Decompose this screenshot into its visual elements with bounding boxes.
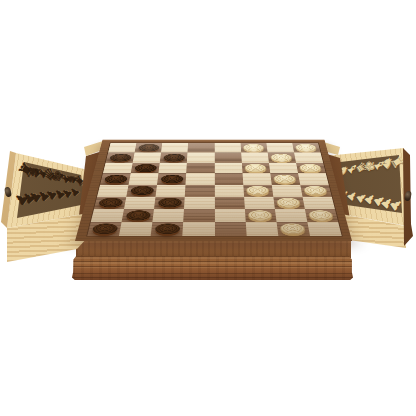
square-r1c4[interactable] [188,143,215,153]
square-r7c7[interactable] [275,209,308,222]
square-r2c6[interactable] [241,153,269,163]
square-r1c3[interactable] [161,143,188,153]
square-r1c8[interactable] [292,143,320,153]
square-r2c5[interactable] [214,153,241,163]
square-r1c7[interactable] [266,143,294,153]
square-r8c8[interactable] [307,222,341,236]
square-r6c6[interactable] [244,197,275,209]
square-r2c8[interactable] [294,153,323,163]
light-checker[interactable] [248,210,273,220]
square-r3c1[interactable] [103,163,133,174]
light-checker[interactable] [280,224,306,235]
dark-checker[interactable] [91,224,118,235]
dark-checker[interactable] [130,186,154,195]
square-r4c3[interactable] [157,173,186,184]
square-r2c1[interactable] [106,153,135,163]
square-r2c4[interactable] [187,153,214,163]
square-r6c8[interactable] [302,197,334,209]
square-r7c4[interactable] [184,209,215,222]
square-r2c3[interactable] [160,153,188,163]
square-r1c6[interactable] [240,143,267,153]
square-r8c3[interactable] [151,222,184,236]
square-r6c2[interactable] [124,197,156,209]
square-r8c7[interactable] [276,222,310,236]
dark-checker[interactable] [155,224,180,235]
square-r4c6[interactable] [242,173,271,184]
square-r4c2[interactable] [129,173,159,184]
game-box-photo: ♜♞♝♛♚♝♞♜♟♟♟♟♟♟♟♟ ♜♞♝♛♚♝♞♜♟♟♟♟♟♟♟♟ [0,0,416,416]
square-r1c1[interactable] [108,143,136,153]
light-checker[interactable] [271,154,293,162]
square-r4c8[interactable] [298,173,329,184]
square-r4c7[interactable] [270,173,300,184]
light-checker[interactable] [308,210,334,220]
square-r7c1[interactable] [91,209,124,222]
square-r6c7[interactable] [273,197,305,209]
right-drawer-knob[interactable] [404,190,412,201]
light-checker[interactable] [273,175,296,184]
dark-checker[interactable] [163,154,185,162]
square-r5c1[interactable] [97,185,129,197]
light-checker[interactable] [246,186,269,195]
dark-checker[interactable] [134,164,157,172]
square-r8c4[interactable] [183,222,215,236]
dark-checker[interactable] [161,175,184,184]
square-r4c1[interactable] [100,173,131,184]
light-checker[interactable] [276,198,301,208]
square-r3c7[interactable] [269,163,298,174]
square-r8c1[interactable] [87,222,121,236]
box-front-face [76,241,351,258]
square-r8c6[interactable] [245,222,278,236]
square-r7c6[interactable] [245,209,277,222]
square-r6c3[interactable] [154,197,185,209]
square-r1c2[interactable] [135,143,163,153]
light-checker[interactable] [245,164,267,172]
square-r6c4[interactable] [184,197,214,209]
dark-checker[interactable] [158,198,182,208]
square-r3c3[interactable] [159,163,188,174]
square-r3c4[interactable] [187,163,215,174]
square-r1c5[interactable] [214,143,241,153]
square-r8c2[interactable] [119,222,153,236]
dark-checker[interactable] [125,210,150,220]
square-r7c8[interactable] [305,209,338,222]
dark-checker[interactable] [138,144,160,152]
square-r5c6[interactable] [243,185,273,197]
square-r5c7[interactable] [272,185,303,197]
square-r2c7[interactable] [267,153,295,163]
square-r3c8[interactable] [296,163,326,174]
light-checker[interactable] [299,164,322,172]
dark-checker[interactable] [98,198,123,208]
square-r7c2[interactable] [122,209,155,222]
square-r4c5[interactable] [214,173,243,184]
square-r3c2[interactable] [131,163,160,174]
dark-checker[interactable] [109,154,132,162]
square-r5c8[interactable] [300,185,332,197]
checkers-grid [86,142,343,236]
square-r4c4[interactable] [186,173,215,184]
square-r2c2[interactable] [133,153,161,163]
board-top [75,140,352,241]
square-r7c3[interactable] [153,209,185,222]
square-r6c5[interactable] [214,197,244,209]
square-r8c5[interactable] [214,222,246,236]
square-r3c6[interactable] [242,163,271,174]
square-r5c2[interactable] [126,185,157,197]
square-r5c3[interactable] [156,185,186,197]
base-molding [72,256,353,280]
square-r5c4[interactable] [185,185,214,197]
light-checker[interactable] [295,144,317,152]
square-r6c1[interactable] [94,197,126,209]
square-r3c5[interactable] [214,163,242,174]
light-checker[interactable] [304,186,329,195]
light-checker[interactable] [243,144,264,152]
square-r5c5[interactable] [214,185,243,197]
square-r7c5[interactable] [214,209,245,222]
dark-checker[interactable] [104,175,128,184]
